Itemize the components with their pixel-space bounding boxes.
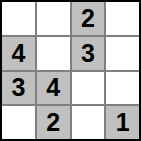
cell-r2c1: 4 [37,72,70,105]
cell-r1c3[interactable] [106,37,139,70]
cell-r3c1: 2 [37,106,70,139]
sudoku-board: 2433421 [0,0,141,141]
cell-r0c1[interactable] [37,2,70,35]
cell-r0c0[interactable] [2,2,35,35]
cell-r1c0: 4 [2,37,35,70]
cell-r0c3[interactable] [106,2,139,35]
cell-r0c2: 2 [72,2,105,35]
cell-r2c3[interactable] [106,72,139,105]
cell-r3c2[interactable] [72,106,105,139]
cell-r2c0: 3 [2,72,35,105]
cell-r2c2[interactable] [72,72,105,105]
cell-r3c0[interactable] [2,106,35,139]
cell-r3c3: 1 [106,106,139,139]
cell-r1c2: 3 [72,37,105,70]
cell-r1c1[interactable] [37,37,70,70]
